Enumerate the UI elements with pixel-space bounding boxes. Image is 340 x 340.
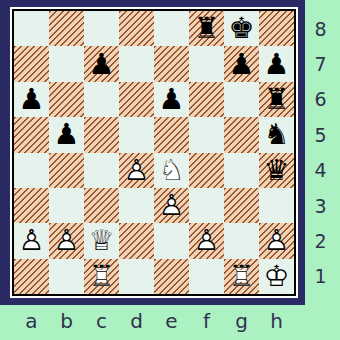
square-g8[interactable]: ♚ [224, 11, 259, 46]
square-e4[interactable]: ♞♘ [154, 153, 189, 188]
file-label-g: g [224, 305, 259, 336]
white-pawn: ♟♙ [154, 188, 189, 223]
rank-label-5: 5 [305, 117, 336, 152]
rank-label-8: 8 [305, 11, 336, 46]
square-g2[interactable] [224, 223, 259, 258]
white-queen: ♛♕ [84, 223, 119, 258]
white-piece-outline: ♘ [154, 153, 189, 188]
square-g1[interactable]: ♜♖ [224, 259, 259, 294]
square-b1[interactable] [49, 259, 84, 294]
black-piece-glyph: ♟ [154, 82, 189, 117]
square-f2[interactable]: ♟♙ [189, 223, 224, 258]
white-knight: ♞♘ [154, 153, 189, 188]
square-b5[interactable]: ♟ [49, 117, 84, 152]
square-e8[interactable] [154, 11, 189, 46]
white-piece-outline: ♙ [119, 153, 154, 188]
black-pawn: ♟ [154, 82, 189, 117]
square-e2[interactable] [154, 223, 189, 258]
white-piece-outline: ♙ [14, 223, 49, 258]
square-c2[interactable]: ♛♕ [84, 223, 119, 258]
black-piece-glyph: ♜ [259, 82, 294, 117]
file-label-h: h [259, 305, 294, 336]
square-c4[interactable] [84, 153, 119, 188]
black-piece-glyph: ♚ [224, 11, 259, 46]
square-d8[interactable] [119, 11, 154, 46]
black-rook: ♜ [189, 11, 224, 46]
square-f6[interactable] [189, 82, 224, 117]
square-g4[interactable] [224, 153, 259, 188]
white-rook: ♜♖ [224, 259, 259, 294]
square-b3[interactable] [49, 188, 84, 223]
rank-labels: 87654321 [305, 11, 336, 294]
white-pawn: ♟♙ [49, 223, 84, 258]
black-pawn: ♟ [224, 46, 259, 81]
square-h6[interactable]: ♜ [259, 82, 294, 117]
chess-board: ♜♚♟♟♟♟♟♜♟♞♟♙♞♘♛♟♙♟♙♟♙♛♕♟♙♟♙♜♖♜♖♚♔ [14, 11, 294, 294]
black-pawn: ♟ [49, 117, 84, 152]
square-g7[interactable]: ♟ [224, 46, 259, 81]
black-pawn: ♟ [259, 46, 294, 81]
square-g5[interactable] [224, 117, 259, 152]
black-pawn: ♟ [84, 46, 119, 81]
square-a1[interactable] [14, 259, 49, 294]
white-pawn: ♟♙ [259, 223, 294, 258]
black-piece-glyph: ♟ [49, 117, 84, 152]
square-c3[interactable] [84, 188, 119, 223]
square-a8[interactable] [14, 11, 49, 46]
square-d3[interactable] [119, 188, 154, 223]
square-g3[interactable] [224, 188, 259, 223]
square-e3[interactable]: ♟♙ [154, 188, 189, 223]
white-king: ♚♔ [259, 259, 294, 294]
black-knight: ♞ [259, 117, 294, 152]
square-d4[interactable]: ♟♙ [119, 153, 154, 188]
square-c7[interactable]: ♟ [84, 46, 119, 81]
square-a2[interactable]: ♟♙ [14, 223, 49, 258]
square-g6[interactable] [224, 82, 259, 117]
rank-label-2: 2 [305, 223, 336, 258]
black-piece-glyph: ♟ [259, 46, 294, 81]
square-h4[interactable]: ♛ [259, 153, 294, 188]
square-c8[interactable] [84, 11, 119, 46]
square-b8[interactable] [49, 11, 84, 46]
square-h3[interactable] [259, 188, 294, 223]
square-a4[interactable] [14, 153, 49, 188]
square-b4[interactable] [49, 153, 84, 188]
white-piece-outline: ♕ [84, 223, 119, 258]
board-frame: ♜♚♟♟♟♟♟♜♟♞♟♙♞♘♛♟♙♟♙♟♙♛♕♟♙♟♙♜♖♜♖♚♔ [0, 0, 305, 305]
square-h1[interactable]: ♚♔ [259, 259, 294, 294]
black-piece-glyph: ♜ [189, 11, 224, 46]
square-f5[interactable] [189, 117, 224, 152]
file-label-d: d [119, 305, 154, 336]
file-label-b: b [49, 305, 84, 336]
square-f3[interactable] [189, 188, 224, 223]
frame-inner-white-line: ♜♚♟♟♟♟♟♜♟♞♟♙♞♘♛♟♙♟♙♟♙♛♕♟♙♟♙♜♖♜♖♚♔ [10, 7, 298, 298]
square-f1[interactable] [189, 259, 224, 294]
white-pawn: ♟♙ [119, 153, 154, 188]
file-label-c: c [84, 305, 119, 336]
square-a5[interactable] [14, 117, 49, 152]
white-piece-outline: ♖ [84, 259, 119, 294]
white-piece-outline: ♙ [49, 223, 84, 258]
rank-label-3: 3 [305, 188, 336, 223]
square-d5[interactable] [119, 117, 154, 152]
square-h5[interactable]: ♞ [259, 117, 294, 152]
frame-inner-black-line: ♜♚♟♟♟♟♟♜♟♞♟♙♞♘♛♟♙♟♙♟♙♛♕♟♙♟♙♜♖♜♖♚♔ [12, 9, 296, 296]
square-b2[interactable]: ♟♙ [49, 223, 84, 258]
square-c1[interactable]: ♜♖ [84, 259, 119, 294]
white-pawn: ♟♙ [189, 223, 224, 258]
square-a3[interactable] [14, 188, 49, 223]
black-pawn: ♟ [14, 82, 49, 117]
square-a6[interactable]: ♟ [14, 82, 49, 117]
white-piece-outline: ♖ [224, 259, 259, 294]
file-label-f: f [189, 305, 224, 336]
black-piece-glyph: ♞ [259, 117, 294, 152]
square-h7[interactable]: ♟ [259, 46, 294, 81]
square-h2[interactable]: ♟♙ [259, 223, 294, 258]
chess-diagram: ♜♚♟♟♟♟♟♜♟♞♟♙♞♘♛♟♙♟♙♟♙♛♕♟♙♟♙♜♖♜♖♚♔ 876543… [0, 0, 340, 340]
white-pawn: ♟♙ [14, 223, 49, 258]
black-piece-glyph: ♛ [259, 153, 294, 188]
file-label-e: e [154, 305, 189, 336]
rank-label-4: 4 [305, 153, 336, 188]
rank-label-7: 7 [305, 46, 336, 81]
square-e1[interactable] [154, 259, 189, 294]
square-d1[interactable] [119, 259, 154, 294]
square-d2[interactable] [119, 223, 154, 258]
white-piece-outline: ♔ [259, 259, 294, 294]
file-labels: abcdefgh [14, 305, 294, 336]
black-piece-glyph: ♟ [224, 46, 259, 81]
square-c6[interactable] [84, 82, 119, 117]
white-piece-outline: ♙ [154, 188, 189, 223]
white-piece-outline: ♙ [259, 223, 294, 258]
square-b7[interactable] [49, 46, 84, 81]
square-e6[interactable]: ♟ [154, 82, 189, 117]
rank-label-1: 1 [305, 259, 336, 294]
black-piece-glyph: ♟ [84, 46, 119, 81]
square-d6[interactable] [119, 82, 154, 117]
square-f7[interactable] [189, 46, 224, 81]
black-king: ♚ [224, 11, 259, 46]
file-label-a: a [14, 305, 49, 336]
square-d7[interactable] [119, 46, 154, 81]
square-f8[interactable]: ♜ [189, 11, 224, 46]
white-rook: ♜♖ [84, 259, 119, 294]
black-piece-glyph: ♟ [14, 82, 49, 117]
black-queen: ♛ [259, 153, 294, 188]
square-b6[interactable] [49, 82, 84, 117]
white-piece-outline: ♙ [189, 223, 224, 258]
square-f4[interactable] [189, 153, 224, 188]
square-a7[interactable] [14, 46, 49, 81]
black-rook: ♜ [259, 82, 294, 117]
square-e7[interactable] [154, 46, 189, 81]
rank-label-6: 6 [305, 82, 336, 117]
square-c5[interactable] [84, 117, 119, 152]
square-h8[interactable] [259, 11, 294, 46]
square-e5[interactable] [154, 117, 189, 152]
